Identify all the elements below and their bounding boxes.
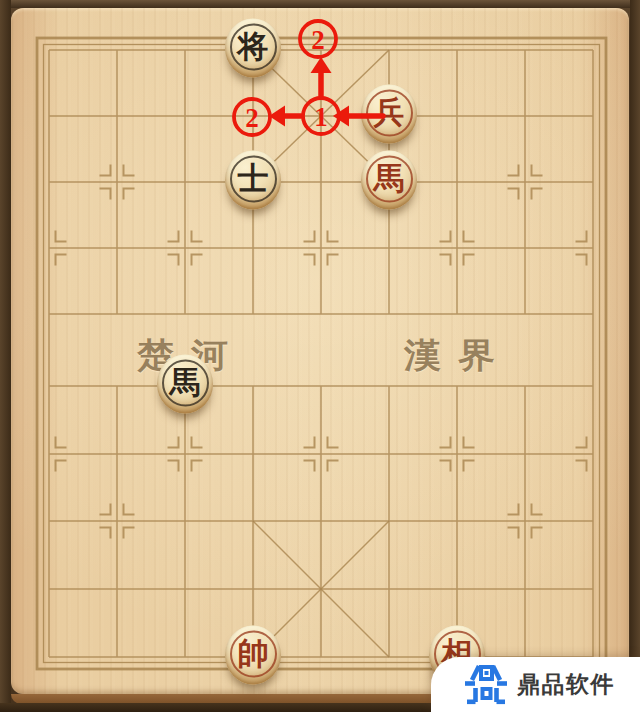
dingpin-logo-icon [464,663,508,707]
watermark-card: 鼎品软件 [431,657,640,712]
river-label-right: 漢界 [404,333,512,379]
board-frame-top [0,0,640,8]
xiangqi-app-screen: 楚河 漢界 将兵士馬馬帥相 122 鼎品软件 [0,0,640,712]
wood-grain-texture [11,8,629,694]
board-frame-left [0,0,11,704]
xiangqi-board[interactable] [11,8,629,694]
board-frame-right [630,0,640,704]
watermark-text: 鼎品软件 [517,669,615,700]
river-label-left: 楚河 [137,333,245,379]
